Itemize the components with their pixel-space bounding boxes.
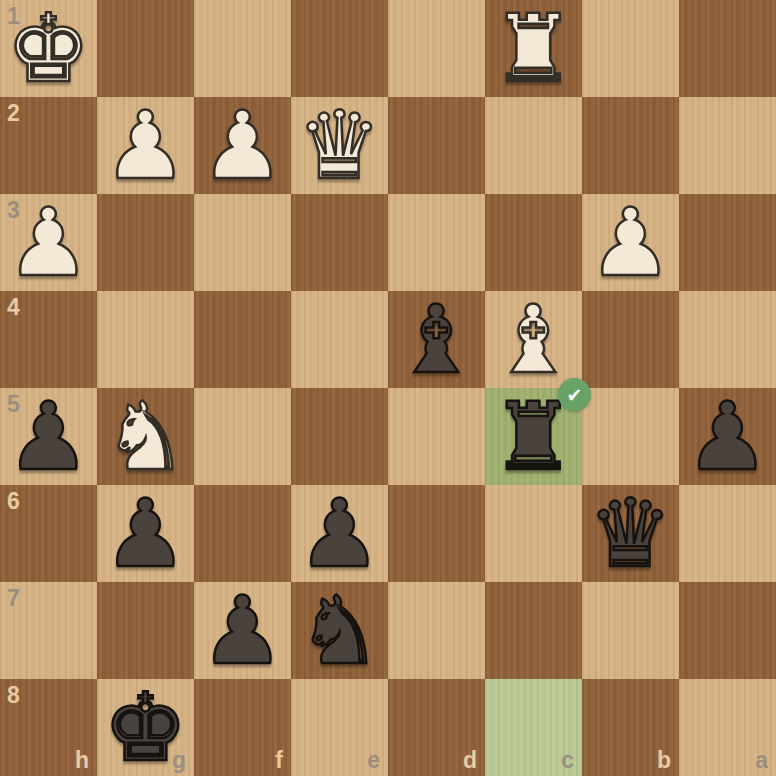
square-g2[interactable]: ♟ xyxy=(97,97,194,194)
square-c1[interactable]: ♜ xyxy=(485,0,582,97)
square-e6[interactable]: ♟ xyxy=(291,485,388,582)
square-c2[interactable] xyxy=(485,97,582,194)
piece-white-knight[interactable]: ♞ xyxy=(97,388,194,485)
piece-white-pawn[interactable]: ♟ xyxy=(97,97,194,194)
rank-label-7: 7 xyxy=(7,585,20,612)
square-b5[interactable] xyxy=(582,388,679,485)
square-a1[interactable] xyxy=(679,0,776,97)
correct-move-badge: ✔ xyxy=(558,378,591,411)
square-a2[interactable] xyxy=(679,97,776,194)
square-d6[interactable] xyxy=(388,485,485,582)
square-h5[interactable]: 5♟ xyxy=(0,388,97,485)
file-label-b: b xyxy=(657,747,671,774)
piece-white-pawn[interactable]: ♟ xyxy=(0,194,97,291)
square-b6[interactable]: ♛ xyxy=(582,485,679,582)
square-a7[interactable] xyxy=(679,582,776,679)
square-g8[interactable]: g♚ xyxy=(97,679,194,776)
square-b2[interactable] xyxy=(582,97,679,194)
square-a6[interactable] xyxy=(679,485,776,582)
square-f7[interactable]: ♟ xyxy=(194,582,291,679)
piece-black-pawn[interactable]: ♟ xyxy=(97,485,194,582)
square-h7[interactable]: 7 xyxy=(0,582,97,679)
piece-black-knight[interactable]: ♞ xyxy=(291,582,388,679)
square-a3[interactable] xyxy=(679,194,776,291)
piece-black-pawn[interactable]: ♟ xyxy=(291,485,388,582)
square-d3[interactable] xyxy=(388,194,485,291)
rank-label-4: 4 xyxy=(7,294,20,321)
square-g6[interactable]: ♟ xyxy=(97,485,194,582)
square-e4[interactable] xyxy=(291,291,388,388)
square-e5[interactable] xyxy=(291,388,388,485)
file-label-c: c xyxy=(561,747,574,774)
square-h1[interactable]: 1♚ xyxy=(0,0,97,97)
rank-label-6: 6 xyxy=(7,488,20,515)
square-c7[interactable] xyxy=(485,582,582,679)
square-g4[interactable] xyxy=(97,291,194,388)
square-g3[interactable] xyxy=(97,194,194,291)
square-f3[interactable] xyxy=(194,194,291,291)
piece-white-pawn[interactable]: ♟ xyxy=(582,194,679,291)
rank-label-8: 8 xyxy=(7,682,20,709)
square-f6[interactable] xyxy=(194,485,291,582)
square-b4[interactable] xyxy=(582,291,679,388)
piece-black-queen[interactable]: ♛ xyxy=(582,485,679,582)
square-d2[interactable] xyxy=(388,97,485,194)
square-b8[interactable]: b xyxy=(582,679,679,776)
piece-black-pawn[interactable]: ♟ xyxy=(679,388,776,485)
file-label-d: d xyxy=(463,747,477,774)
square-f5[interactable] xyxy=(194,388,291,485)
square-e7[interactable]: ♞ xyxy=(291,582,388,679)
square-d8[interactable]: d xyxy=(388,679,485,776)
square-a8[interactable]: a xyxy=(679,679,776,776)
piece-white-queen[interactable]: ♛ xyxy=(291,97,388,194)
square-d7[interactable] xyxy=(388,582,485,679)
square-f4[interactable] xyxy=(194,291,291,388)
square-g7[interactable] xyxy=(97,582,194,679)
piece-black-bishop[interactable]: ♝ xyxy=(388,291,485,388)
square-f1[interactable] xyxy=(194,0,291,97)
square-c4[interactable]: ♝ xyxy=(485,291,582,388)
square-h8[interactable]: 8h xyxy=(0,679,97,776)
square-e8[interactable]: e xyxy=(291,679,388,776)
rank-label-2: 2 xyxy=(7,100,20,127)
square-b7[interactable] xyxy=(582,582,679,679)
square-f2[interactable]: ♟ xyxy=(194,97,291,194)
square-g5[interactable]: ♞ xyxy=(97,388,194,485)
file-label-a: a xyxy=(755,747,768,774)
square-c5[interactable]: ♜✔ xyxy=(485,388,582,485)
piece-black-king[interactable]: ♚ xyxy=(97,679,194,776)
square-d5[interactable] xyxy=(388,388,485,485)
piece-black-pawn[interactable]: ♟ xyxy=(194,582,291,679)
square-d4[interactable]: ♝ xyxy=(388,291,485,388)
piece-black-pawn[interactable]: ♟ xyxy=(0,388,97,485)
square-b3[interactable]: ♟ xyxy=(582,194,679,291)
file-label-e: e xyxy=(367,747,380,774)
square-a4[interactable] xyxy=(679,291,776,388)
piece-white-king[interactable]: ♚ xyxy=(0,0,97,97)
square-a5[interactable]: ♟ xyxy=(679,388,776,485)
square-c6[interactable] xyxy=(485,485,582,582)
square-c3[interactable] xyxy=(485,194,582,291)
file-label-f: f xyxy=(275,747,283,774)
piece-white-pawn[interactable]: ♟ xyxy=(194,97,291,194)
square-e3[interactable] xyxy=(291,194,388,291)
square-h3[interactable]: 3♟ xyxy=(0,194,97,291)
square-d1[interactable] xyxy=(388,0,485,97)
piece-white-bishop[interactable]: ♝ xyxy=(485,291,582,388)
square-e2[interactable]: ♛ xyxy=(291,97,388,194)
chess-board: 1♚♜2♟♟♛3♟♟4♝♝5♟♞♜✔♟6♟♟♛7♟♞8hg♚fedcba xyxy=(0,0,776,776)
square-e1[interactable] xyxy=(291,0,388,97)
square-h6[interactable]: 6 xyxy=(0,485,97,582)
square-c8[interactable]: c xyxy=(485,679,582,776)
piece-white-rook[interactable]: ♜ xyxy=(485,0,582,97)
square-f8[interactable]: f xyxy=(194,679,291,776)
file-label-h: h xyxy=(75,747,89,774)
square-h4[interactable]: 4 xyxy=(0,291,97,388)
square-b1[interactable] xyxy=(582,0,679,97)
square-g1[interactable] xyxy=(97,0,194,97)
square-h2[interactable]: 2 xyxy=(0,97,97,194)
